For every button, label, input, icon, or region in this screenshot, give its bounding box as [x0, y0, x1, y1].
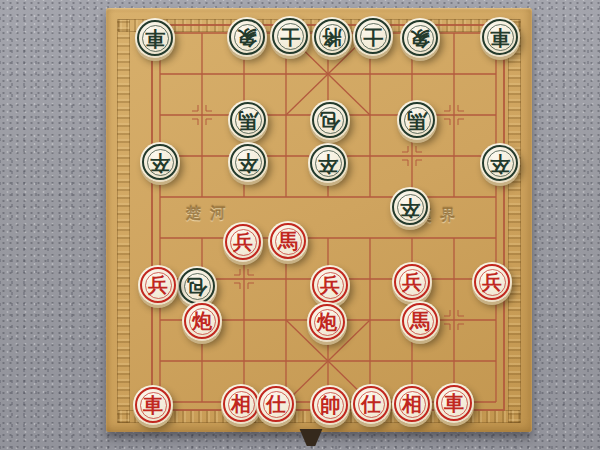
piece-red-horse[interactable]: 馬 — [400, 301, 440, 341]
piece-character: 兵 — [138, 265, 178, 306]
piece-red-soldier[interactable]: 兵 — [472, 262, 512, 302]
piece-character: 卒 — [228, 142, 268, 183]
piece-black-soldier[interactable]: 卒 — [390, 187, 430, 227]
piece-character: 卒 — [390, 187, 430, 228]
piece-character: 卒 — [308, 143, 348, 184]
piece-black-soldier[interactable]: 卒 — [140, 142, 180, 182]
piece-black-soldier[interactable]: 卒 — [480, 143, 520, 183]
piece-character: 馬 — [397, 100, 437, 141]
piece-black-advisor[interactable]: 士 — [353, 16, 393, 56]
piece-character: 仕 — [351, 384, 391, 425]
piece-character: 兵 — [223, 222, 263, 263]
piece-character: 車 — [480, 17, 520, 58]
piece-black-cannon[interactable]: 包 — [177, 266, 217, 306]
piece-red-chariot[interactable]: 車 — [133, 385, 173, 425]
piece-black-soldier[interactable]: 卒 — [228, 142, 268, 182]
piece-character: 炮 — [182, 301, 222, 342]
piece-red-elephant[interactable]: 相 — [221, 384, 261, 424]
piece-character: 士 — [270, 16, 310, 57]
piece-character: 仕 — [256, 384, 296, 425]
piece-character: 相 — [392, 384, 432, 425]
piece-character: 馬 — [228, 100, 268, 141]
piece-red-advisor[interactable]: 仕 — [256, 384, 296, 424]
piece-red-soldier[interactable]: 兵 — [138, 265, 178, 305]
board-border-ornament-right — [508, 19, 521, 423]
piece-character: 車 — [135, 18, 175, 59]
piece-red-chariot[interactable]: 車 — [434, 383, 474, 423]
piece-red-elephant[interactable]: 相 — [392, 384, 432, 424]
piece-black-cannon[interactable]: 包 — [310, 100, 350, 140]
piece-black-chariot[interactable]: 車 — [135, 18, 175, 58]
river-label-chu-he: 楚河 — [186, 204, 234, 223]
board-border-ornament-left — [117, 19, 130, 423]
piece-red-advisor[interactable]: 仕 — [351, 384, 391, 424]
piece-character: 士 — [353, 16, 393, 57]
piece-black-horse[interactable]: 馬 — [228, 100, 268, 140]
piece-character: 車 — [434, 383, 474, 424]
piece-character: 包 — [310, 100, 350, 141]
piece-character: 馬 — [400, 301, 440, 342]
piece-black-elephant[interactable]: 象 — [227, 17, 267, 57]
piece-red-soldier[interactable]: 兵 — [392, 262, 432, 302]
piece-character: 兵 — [472, 262, 512, 303]
piece-character: 馬 — [268, 221, 308, 262]
piece-red-cannon[interactable]: 炮 — [182, 301, 222, 341]
piece-character: 車 — [133, 385, 173, 426]
piece-character: 兵 — [392, 262, 432, 303]
piece-black-elephant[interactable]: 象 — [400, 18, 440, 58]
piece-red-general[interactable]: 帥 — [310, 385, 350, 425]
piece-red-cannon[interactable]: 炮 — [307, 302, 347, 342]
piece-black-advisor[interactable]: 士 — [270, 16, 310, 56]
piece-character: 兵 — [310, 265, 350, 306]
photo-background: 楚河 漢界 車象士將士象車馬包馬卒卒卒卒卒包兵馬兵兵兵兵炮炮馬車相仕帥仕相車 — [0, 0, 600, 450]
piece-character: 象 — [227, 17, 267, 58]
piece-character: 帥 — [310, 385, 350, 426]
piece-character: 相 — [221, 384, 261, 425]
piece-character: 將 — [312, 17, 352, 58]
piece-black-general[interactable]: 將 — [312, 17, 352, 57]
piece-black-horse[interactable]: 馬 — [397, 100, 437, 140]
piece-character: 卒 — [140, 142, 180, 183]
piece-black-chariot[interactable]: 車 — [480, 17, 520, 57]
piece-red-soldier[interactable]: 兵 — [223, 222, 263, 262]
piece-character: 卒 — [480, 143, 520, 184]
piece-red-horse[interactable]: 馬 — [268, 221, 308, 261]
piece-red-soldier[interactable]: 兵 — [310, 265, 350, 305]
piece-character: 象 — [400, 18, 440, 59]
xiangqi-board[interactable] — [106, 8, 532, 432]
piece-character: 炮 — [307, 302, 347, 343]
piece-black-soldier[interactable]: 卒 — [308, 143, 348, 183]
